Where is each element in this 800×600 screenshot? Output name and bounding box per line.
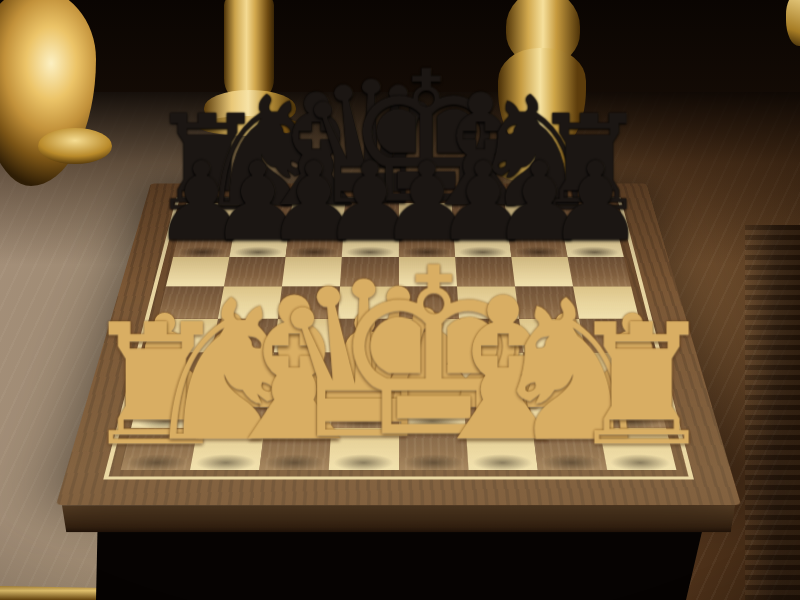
square-h1[interactable]: ♜ xyxy=(599,428,676,470)
table-right-edge xyxy=(745,225,800,600)
black-pawn-h7[interactable]: ♟ xyxy=(547,148,644,257)
inlay-border: ♜♞♝♛♚♝♞♜♟♟♟♟♟♟♟♟♟♟♟♟♟♟♟♟♜♞♝♛♚♝♞♜ xyxy=(103,198,694,480)
board-front-edge xyxy=(62,505,735,532)
board-grid: ♜♞♝♛♚♝♞♜♟♟♟♟♟♟♟♟♟♟♟♟♟♟♟♟♜♞♝♛♚♝♞♜ xyxy=(121,203,677,470)
chess-photo-scene: ♜♞♝♛♚♝♞♜♟♟♟♟♟♟♟♟♟♟♟♟♟♟♟♟♜♞♝♛♚♝♞♜ xyxy=(0,0,800,600)
gold-vase-left-foot xyxy=(38,128,112,164)
board-frame: ♜♞♝♛♚♝♞♜♟♟♟♟♟♟♟♟♟♟♟♟♟♟♟♟♜♞♝♛♚♝♞♜ xyxy=(56,184,741,506)
square-h7[interactable]: ♟ xyxy=(562,229,624,257)
white-rook-h1[interactable]: ♜ xyxy=(566,301,716,468)
